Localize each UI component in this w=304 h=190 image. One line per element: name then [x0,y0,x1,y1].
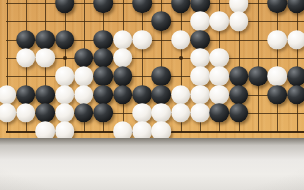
white-stone [190,103,210,123]
white-stone [35,48,55,68]
white-stone [210,48,230,68]
white-stone [229,12,249,32]
screenshot-frame [0,0,304,190]
black-stone [93,48,113,68]
white-stone [132,103,152,123]
black-stone [93,0,113,13]
black-stone [152,66,172,86]
black-stone [229,66,249,86]
black-stone [55,0,75,13]
black-stone [74,48,94,68]
go-board[interactable] [0,0,304,140]
white-stone [190,66,210,86]
black-stone [113,66,133,86]
white-stone [55,85,75,105]
black-stone [190,30,210,50]
black-stone [171,0,191,13]
black-stone [35,30,55,50]
black-stone [229,103,249,123]
black-stone [93,66,113,86]
white-stone [171,103,191,123]
white-stone [287,30,304,50]
black-stone [132,85,152,105]
white-stone [74,66,94,86]
table-surface [0,138,304,190]
white-stone [0,85,16,105]
white-stone [171,30,191,50]
star-point [179,56,183,60]
black-stone [113,85,133,105]
black-stone [152,85,172,105]
white-stone [152,103,172,123]
white-stone [190,12,210,32]
white-stone [268,30,288,50]
black-stone [35,85,55,105]
white-stone [171,85,191,105]
white-stone [74,85,94,105]
black-stone [93,30,113,50]
star-point [63,56,67,60]
black-stone [287,66,304,86]
white-stone [0,103,16,123]
white-stone [190,48,210,68]
white-stone [210,66,230,86]
white-stone [190,85,210,105]
black-stone [74,103,94,123]
black-stone [132,0,152,13]
white-stone [16,48,36,68]
white-stone [268,66,288,86]
white-stone [55,66,75,86]
black-stone [287,0,304,13]
grid-line-horizontal [6,3,304,4]
white-stone [132,30,152,50]
white-stone [113,30,133,50]
white-stone [210,12,230,32]
black-stone [16,85,36,105]
black-stone [248,66,268,86]
white-stone [113,48,133,68]
black-stone [152,12,172,32]
black-stone [35,103,55,123]
white-stone [16,103,36,123]
black-stone [93,103,113,123]
black-stone [93,85,113,105]
black-stone [55,30,75,50]
black-stone [268,0,288,13]
black-stone [229,85,249,105]
black-stone [210,103,230,123]
black-stone [287,85,304,105]
black-stone [16,30,36,50]
black-stone [268,85,288,105]
white-stone [55,103,75,123]
white-stone [210,85,230,105]
